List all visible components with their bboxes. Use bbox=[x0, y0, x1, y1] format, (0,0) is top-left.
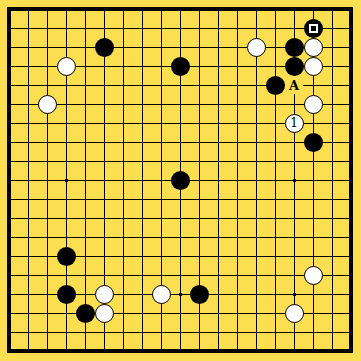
intersection-M11[interactable] bbox=[209, 152, 228, 171]
intersection-C19[interactable] bbox=[38, 0, 57, 19]
intersection-L9[interactable] bbox=[190, 190, 209, 209]
intersection-O8[interactable] bbox=[247, 209, 266, 228]
intersection-D17[interactable] bbox=[57, 38, 76, 57]
intersection-E3[interactable] bbox=[76, 304, 95, 323]
intersection-S13[interactable] bbox=[323, 114, 342, 133]
intersection-T6[interactable] bbox=[342, 247, 361, 266]
intersection-B2[interactable] bbox=[19, 323, 38, 342]
intersection-C1[interactable] bbox=[38, 342, 57, 361]
intersection-E9[interactable] bbox=[76, 190, 95, 209]
intersection-K15[interactable] bbox=[171, 76, 190, 95]
intersection-A15[interactable] bbox=[0, 76, 19, 95]
intersection-B8[interactable] bbox=[19, 209, 38, 228]
intersection-M3[interactable] bbox=[209, 304, 228, 323]
intersection-H15[interactable] bbox=[133, 76, 152, 95]
intersection-E15[interactable] bbox=[76, 76, 95, 95]
intersection-T17[interactable] bbox=[342, 38, 361, 57]
intersection-G9[interactable] bbox=[114, 190, 133, 209]
intersection-N2[interactable] bbox=[228, 323, 247, 342]
intersection-J14[interactable] bbox=[152, 95, 171, 114]
intersection-H16[interactable] bbox=[133, 57, 152, 76]
intersection-J16[interactable] bbox=[152, 57, 171, 76]
intersection-T19[interactable] bbox=[342, 0, 361, 19]
intersection-K10[interactable] bbox=[171, 171, 190, 190]
intersection-C17[interactable] bbox=[38, 38, 57, 57]
intersection-D8[interactable] bbox=[57, 209, 76, 228]
intersection-P8[interactable] bbox=[266, 209, 285, 228]
intersection-H6[interactable] bbox=[133, 247, 152, 266]
intersection-C4[interactable] bbox=[38, 285, 57, 304]
intersection-J11[interactable] bbox=[152, 152, 171, 171]
intersection-D3[interactable] bbox=[57, 304, 76, 323]
intersection-N16[interactable] bbox=[228, 57, 247, 76]
intersection-L1[interactable] bbox=[190, 342, 209, 361]
intersection-C5[interactable] bbox=[38, 266, 57, 285]
intersection-F3[interactable] bbox=[95, 304, 114, 323]
intersection-H7[interactable] bbox=[133, 228, 152, 247]
intersection-A10[interactable] bbox=[0, 171, 19, 190]
intersection-B14[interactable] bbox=[19, 95, 38, 114]
intersection-R8[interactable] bbox=[304, 209, 323, 228]
intersection-L11[interactable] bbox=[190, 152, 209, 171]
intersection-E8[interactable] bbox=[76, 209, 95, 228]
intersection-A9[interactable] bbox=[0, 190, 19, 209]
intersection-H3[interactable] bbox=[133, 304, 152, 323]
intersection-P12[interactable] bbox=[266, 133, 285, 152]
intersection-R11[interactable] bbox=[304, 152, 323, 171]
intersection-E17[interactable] bbox=[76, 38, 95, 57]
intersection-B16[interactable] bbox=[19, 57, 38, 76]
intersection-J8[interactable] bbox=[152, 209, 171, 228]
intersection-P18[interactable] bbox=[266, 19, 285, 38]
intersection-M17[interactable] bbox=[209, 38, 228, 57]
intersection-F1[interactable] bbox=[95, 342, 114, 361]
intersection-O14[interactable] bbox=[247, 95, 266, 114]
intersection-B1[interactable] bbox=[19, 342, 38, 361]
intersection-L16[interactable] bbox=[190, 57, 209, 76]
intersection-K4[interactable] bbox=[171, 285, 190, 304]
intersection-A1[interactable] bbox=[0, 342, 19, 361]
intersection-D13[interactable] bbox=[57, 114, 76, 133]
intersection-H8[interactable] bbox=[133, 209, 152, 228]
intersection-A4[interactable] bbox=[0, 285, 19, 304]
intersection-F17[interactable] bbox=[95, 38, 114, 57]
intersection-B11[interactable] bbox=[19, 152, 38, 171]
intersection-K1[interactable] bbox=[171, 342, 190, 361]
intersection-O11[interactable] bbox=[247, 152, 266, 171]
intersection-N11[interactable] bbox=[228, 152, 247, 171]
intersection-H18[interactable] bbox=[133, 19, 152, 38]
intersection-F2[interactable] bbox=[95, 323, 114, 342]
intersection-E19[interactable] bbox=[76, 0, 95, 19]
intersection-C18[interactable] bbox=[38, 19, 57, 38]
intersection-K11[interactable] bbox=[171, 152, 190, 171]
intersection-S17[interactable] bbox=[323, 38, 342, 57]
intersection-L19[interactable] bbox=[190, 0, 209, 19]
intersection-N17[interactable] bbox=[228, 38, 247, 57]
intersection-B13[interactable] bbox=[19, 114, 38, 133]
intersection-P13[interactable] bbox=[266, 114, 285, 133]
intersection-R3[interactable] bbox=[304, 304, 323, 323]
intersection-O17[interactable] bbox=[247, 38, 266, 57]
intersection-R12[interactable] bbox=[304, 133, 323, 152]
intersection-K5[interactable] bbox=[171, 266, 190, 285]
intersection-R4[interactable] bbox=[304, 285, 323, 304]
intersection-M5[interactable] bbox=[209, 266, 228, 285]
intersection-G14[interactable] bbox=[114, 95, 133, 114]
intersection-E1[interactable] bbox=[76, 342, 95, 361]
intersection-Q1[interactable] bbox=[285, 342, 304, 361]
intersection-D18[interactable] bbox=[57, 19, 76, 38]
intersection-E6[interactable] bbox=[76, 247, 95, 266]
intersection-G10[interactable] bbox=[114, 171, 133, 190]
intersection-N8[interactable] bbox=[228, 209, 247, 228]
intersection-P1[interactable] bbox=[266, 342, 285, 361]
intersection-G8[interactable] bbox=[114, 209, 133, 228]
intersection-G7[interactable] bbox=[114, 228, 133, 247]
intersection-C14[interactable] bbox=[38, 95, 57, 114]
intersection-K7[interactable] bbox=[171, 228, 190, 247]
intersection-Q18[interactable] bbox=[285, 19, 304, 38]
intersection-K8[interactable] bbox=[171, 209, 190, 228]
intersection-C10[interactable] bbox=[38, 171, 57, 190]
intersection-F6[interactable] bbox=[95, 247, 114, 266]
intersection-O19[interactable] bbox=[247, 0, 266, 19]
intersection-O9[interactable] bbox=[247, 190, 266, 209]
intersection-R16[interactable] bbox=[304, 57, 323, 76]
intersection-B10[interactable] bbox=[19, 171, 38, 190]
intersection-F15[interactable] bbox=[95, 76, 114, 95]
intersection-M8[interactable] bbox=[209, 209, 228, 228]
intersection-N1[interactable] bbox=[228, 342, 247, 361]
intersection-T15[interactable] bbox=[342, 76, 361, 95]
intersection-K3[interactable] bbox=[171, 304, 190, 323]
intersection-L8[interactable] bbox=[190, 209, 209, 228]
intersection-H1[interactable] bbox=[133, 342, 152, 361]
intersection-K19[interactable] bbox=[171, 0, 190, 19]
intersection-G6[interactable] bbox=[114, 247, 133, 266]
intersection-N13[interactable] bbox=[228, 114, 247, 133]
intersection-B12[interactable] bbox=[19, 133, 38, 152]
intersection-C13[interactable] bbox=[38, 114, 57, 133]
intersection-F7[interactable] bbox=[95, 228, 114, 247]
intersection-O18[interactable] bbox=[247, 19, 266, 38]
intersection-G17[interactable] bbox=[114, 38, 133, 57]
intersection-Q3[interactable] bbox=[285, 304, 304, 323]
intersection-R9[interactable] bbox=[304, 190, 323, 209]
intersection-O1[interactable] bbox=[247, 342, 266, 361]
intersection-A6[interactable] bbox=[0, 247, 19, 266]
intersection-P3[interactable] bbox=[266, 304, 285, 323]
intersection-T13[interactable] bbox=[342, 114, 361, 133]
intersection-N10[interactable] bbox=[228, 171, 247, 190]
intersection-D16[interactable] bbox=[57, 57, 76, 76]
intersection-T14[interactable] bbox=[342, 95, 361, 114]
intersection-H14[interactable] bbox=[133, 95, 152, 114]
intersection-H19[interactable] bbox=[133, 0, 152, 19]
intersection-T10[interactable] bbox=[342, 171, 361, 190]
intersection-O4[interactable] bbox=[247, 285, 266, 304]
intersection-O16[interactable] bbox=[247, 57, 266, 76]
intersection-T2[interactable] bbox=[342, 323, 361, 342]
intersection-M15[interactable] bbox=[209, 76, 228, 95]
intersection-C12[interactable] bbox=[38, 133, 57, 152]
intersection-J15[interactable] bbox=[152, 76, 171, 95]
intersection-K2[interactable] bbox=[171, 323, 190, 342]
intersection-R14[interactable] bbox=[304, 95, 323, 114]
intersection-E5[interactable] bbox=[76, 266, 95, 285]
intersection-G2[interactable] bbox=[114, 323, 133, 342]
intersection-K13[interactable] bbox=[171, 114, 190, 133]
intersection-A13[interactable] bbox=[0, 114, 19, 133]
intersection-C2[interactable] bbox=[38, 323, 57, 342]
intersection-E16[interactable] bbox=[76, 57, 95, 76]
intersection-J6[interactable] bbox=[152, 247, 171, 266]
intersection-F5[interactable] bbox=[95, 266, 114, 285]
intersection-Q13[interactable]: 1 bbox=[285, 114, 304, 133]
intersection-O12[interactable] bbox=[247, 133, 266, 152]
intersection-A19[interactable] bbox=[0, 0, 19, 19]
intersection-Q14[interactable] bbox=[285, 95, 304, 114]
intersection-G1[interactable] bbox=[114, 342, 133, 361]
intersection-J3[interactable] bbox=[152, 304, 171, 323]
intersection-P10[interactable] bbox=[266, 171, 285, 190]
intersection-J18[interactable] bbox=[152, 19, 171, 38]
intersection-H5[interactable] bbox=[133, 266, 152, 285]
intersection-A5[interactable] bbox=[0, 266, 19, 285]
intersection-T9[interactable] bbox=[342, 190, 361, 209]
intersection-S3[interactable] bbox=[323, 304, 342, 323]
intersection-F16[interactable] bbox=[95, 57, 114, 76]
intersection-H9[interactable] bbox=[133, 190, 152, 209]
intersection-P6[interactable] bbox=[266, 247, 285, 266]
intersection-N12[interactable] bbox=[228, 133, 247, 152]
intersection-L14[interactable] bbox=[190, 95, 209, 114]
intersection-O10[interactable] bbox=[247, 171, 266, 190]
intersection-F8[interactable] bbox=[95, 209, 114, 228]
intersection-A11[interactable] bbox=[0, 152, 19, 171]
intersection-Q5[interactable] bbox=[285, 266, 304, 285]
intersection-B4[interactable] bbox=[19, 285, 38, 304]
intersection-L15[interactable] bbox=[190, 76, 209, 95]
intersection-S16[interactable] bbox=[323, 57, 342, 76]
intersection-T12[interactable] bbox=[342, 133, 361, 152]
intersection-L6[interactable] bbox=[190, 247, 209, 266]
intersection-H10[interactable] bbox=[133, 171, 152, 190]
intersection-D19[interactable] bbox=[57, 0, 76, 19]
intersection-N4[interactable] bbox=[228, 285, 247, 304]
intersection-Q11[interactable] bbox=[285, 152, 304, 171]
intersection-T3[interactable] bbox=[342, 304, 361, 323]
intersection-K9[interactable] bbox=[171, 190, 190, 209]
intersection-E2[interactable] bbox=[76, 323, 95, 342]
intersection-A3[interactable] bbox=[0, 304, 19, 323]
intersection-N15[interactable] bbox=[228, 76, 247, 95]
intersection-C6[interactable] bbox=[38, 247, 57, 266]
intersection-E11[interactable] bbox=[76, 152, 95, 171]
intersection-F4[interactable] bbox=[95, 285, 114, 304]
intersection-Q2[interactable] bbox=[285, 323, 304, 342]
intersection-G13[interactable] bbox=[114, 114, 133, 133]
intersection-R18[interactable] bbox=[304, 19, 323, 38]
intersection-F18[interactable] bbox=[95, 19, 114, 38]
intersection-M18[interactable] bbox=[209, 19, 228, 38]
intersection-D4[interactable] bbox=[57, 285, 76, 304]
intersection-L13[interactable] bbox=[190, 114, 209, 133]
intersection-M16[interactable] bbox=[209, 57, 228, 76]
intersection-G18[interactable] bbox=[114, 19, 133, 38]
intersection-N9[interactable] bbox=[228, 190, 247, 209]
intersection-S11[interactable] bbox=[323, 152, 342, 171]
intersection-J13[interactable] bbox=[152, 114, 171, 133]
intersection-B3[interactable] bbox=[19, 304, 38, 323]
intersection-N3[interactable] bbox=[228, 304, 247, 323]
intersection-L7[interactable] bbox=[190, 228, 209, 247]
intersection-S9[interactable] bbox=[323, 190, 342, 209]
intersection-Q12[interactable] bbox=[285, 133, 304, 152]
intersection-F11[interactable] bbox=[95, 152, 114, 171]
intersection-Q4[interactable] bbox=[285, 285, 304, 304]
intersection-E12[interactable] bbox=[76, 133, 95, 152]
intersection-M2[interactable] bbox=[209, 323, 228, 342]
intersection-S7[interactable] bbox=[323, 228, 342, 247]
intersection-S10[interactable] bbox=[323, 171, 342, 190]
intersection-M13[interactable] bbox=[209, 114, 228, 133]
intersection-B9[interactable] bbox=[19, 190, 38, 209]
intersection-E4[interactable] bbox=[76, 285, 95, 304]
intersection-Q15[interactable]: A bbox=[285, 76, 304, 95]
intersection-F19[interactable] bbox=[95, 0, 114, 19]
intersection-C11[interactable] bbox=[38, 152, 57, 171]
intersection-G11[interactable] bbox=[114, 152, 133, 171]
intersection-Q16[interactable] bbox=[285, 57, 304, 76]
intersection-E13[interactable] bbox=[76, 114, 95, 133]
intersection-T8[interactable] bbox=[342, 209, 361, 228]
intersection-P4[interactable] bbox=[266, 285, 285, 304]
intersection-F12[interactable] bbox=[95, 133, 114, 152]
intersection-P14[interactable] bbox=[266, 95, 285, 114]
intersection-L4[interactable] bbox=[190, 285, 209, 304]
intersection-K17[interactable] bbox=[171, 38, 190, 57]
intersection-A16[interactable] bbox=[0, 57, 19, 76]
intersection-Q9[interactable] bbox=[285, 190, 304, 209]
intersection-P15[interactable] bbox=[266, 76, 285, 95]
intersection-S2[interactable] bbox=[323, 323, 342, 342]
intersection-H17[interactable] bbox=[133, 38, 152, 57]
intersection-C9[interactable] bbox=[38, 190, 57, 209]
intersection-K6[interactable] bbox=[171, 247, 190, 266]
intersection-J10[interactable] bbox=[152, 171, 171, 190]
intersection-B19[interactable] bbox=[19, 0, 38, 19]
intersection-D1[interactable] bbox=[57, 342, 76, 361]
intersection-T16[interactable] bbox=[342, 57, 361, 76]
intersection-K18[interactable] bbox=[171, 19, 190, 38]
intersection-K12[interactable] bbox=[171, 133, 190, 152]
intersection-K16[interactable] bbox=[171, 57, 190, 76]
intersection-P16[interactable] bbox=[266, 57, 285, 76]
intersection-S1[interactable] bbox=[323, 342, 342, 361]
intersection-J4[interactable] bbox=[152, 285, 171, 304]
intersection-O7[interactable] bbox=[247, 228, 266, 247]
intersection-D5[interactable] bbox=[57, 266, 76, 285]
intersection-S5[interactable] bbox=[323, 266, 342, 285]
intersection-H12[interactable] bbox=[133, 133, 152, 152]
intersection-Q7[interactable] bbox=[285, 228, 304, 247]
intersection-N14[interactable] bbox=[228, 95, 247, 114]
intersection-D11[interactable] bbox=[57, 152, 76, 171]
intersection-O3[interactable] bbox=[247, 304, 266, 323]
intersection-D9[interactable] bbox=[57, 190, 76, 209]
intersection-R13[interactable] bbox=[304, 114, 323, 133]
intersection-R19[interactable] bbox=[304, 0, 323, 19]
intersection-R10[interactable] bbox=[304, 171, 323, 190]
intersection-P2[interactable] bbox=[266, 323, 285, 342]
intersection-Q19[interactable] bbox=[285, 0, 304, 19]
intersection-M9[interactable] bbox=[209, 190, 228, 209]
intersection-N5[interactable] bbox=[228, 266, 247, 285]
intersection-T4[interactable] bbox=[342, 285, 361, 304]
intersection-A18[interactable] bbox=[0, 19, 19, 38]
intersection-G16[interactable] bbox=[114, 57, 133, 76]
intersection-B5[interactable] bbox=[19, 266, 38, 285]
intersection-E7[interactable] bbox=[76, 228, 95, 247]
intersection-C15[interactable] bbox=[38, 76, 57, 95]
intersection-O5[interactable] bbox=[247, 266, 266, 285]
intersection-M14[interactable] bbox=[209, 95, 228, 114]
intersection-T7[interactable] bbox=[342, 228, 361, 247]
intersection-M6[interactable] bbox=[209, 247, 228, 266]
intersection-F14[interactable] bbox=[95, 95, 114, 114]
intersection-J19[interactable] bbox=[152, 0, 171, 19]
intersection-N7[interactable] bbox=[228, 228, 247, 247]
intersection-G12[interactable] bbox=[114, 133, 133, 152]
intersection-H13[interactable] bbox=[133, 114, 152, 133]
intersection-S18[interactable] bbox=[323, 19, 342, 38]
intersection-N6[interactable] bbox=[228, 247, 247, 266]
intersection-R1[interactable] bbox=[304, 342, 323, 361]
intersection-O13[interactable] bbox=[247, 114, 266, 133]
intersection-M1[interactable] bbox=[209, 342, 228, 361]
intersection-J1[interactable] bbox=[152, 342, 171, 361]
intersection-C7[interactable] bbox=[38, 228, 57, 247]
intersection-R17[interactable] bbox=[304, 38, 323, 57]
intersection-N18[interactable] bbox=[228, 19, 247, 38]
intersection-D10[interactable] bbox=[57, 171, 76, 190]
intersection-L2[interactable] bbox=[190, 323, 209, 342]
intersection-F10[interactable] bbox=[95, 171, 114, 190]
intersection-Q8[interactable] bbox=[285, 209, 304, 228]
intersection-M12[interactable] bbox=[209, 133, 228, 152]
intersection-N19[interactable] bbox=[228, 0, 247, 19]
intersection-S6[interactable] bbox=[323, 247, 342, 266]
intersection-C8[interactable] bbox=[38, 209, 57, 228]
intersection-D7[interactable] bbox=[57, 228, 76, 247]
intersection-H2[interactable] bbox=[133, 323, 152, 342]
intersection-T11[interactable] bbox=[342, 152, 361, 171]
intersection-S8[interactable] bbox=[323, 209, 342, 228]
intersection-P9[interactable] bbox=[266, 190, 285, 209]
intersection-G4[interactable] bbox=[114, 285, 133, 304]
intersection-Q6[interactable] bbox=[285, 247, 304, 266]
intersection-A12[interactable] bbox=[0, 133, 19, 152]
intersection-L10[interactable] bbox=[190, 171, 209, 190]
intersection-S14[interactable] bbox=[323, 95, 342, 114]
intersection-J2[interactable] bbox=[152, 323, 171, 342]
intersection-T5[interactable] bbox=[342, 266, 361, 285]
intersection-J12[interactable] bbox=[152, 133, 171, 152]
intersection-S12[interactable] bbox=[323, 133, 342, 152]
intersection-M19[interactable] bbox=[209, 0, 228, 19]
